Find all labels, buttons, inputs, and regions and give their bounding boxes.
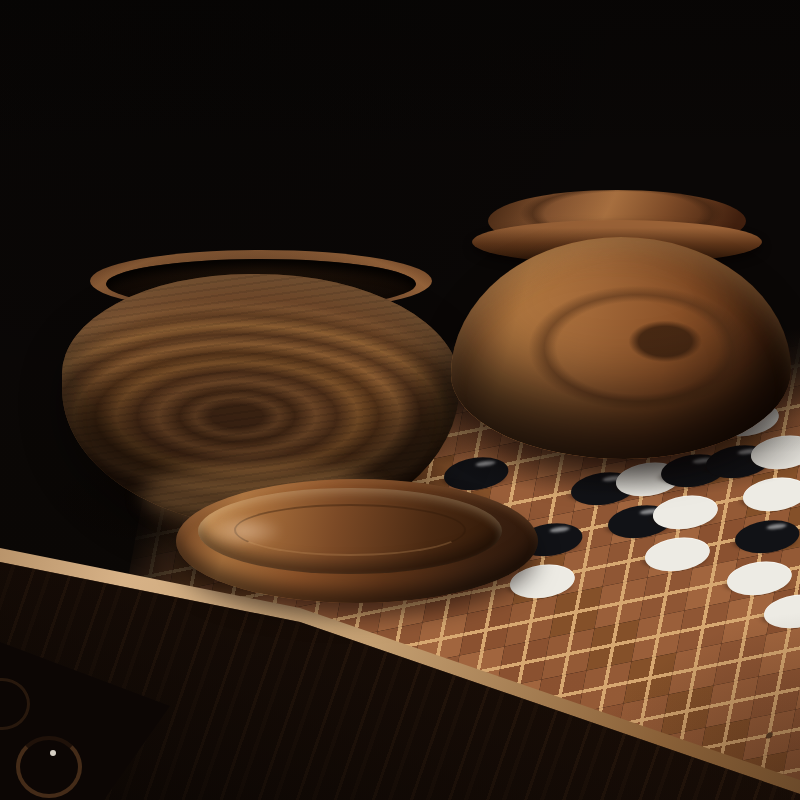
drawer-highlight-dot (50, 750, 56, 756)
drawer-carving (16, 736, 82, 798)
stone-black-P9[interactable]: ● (726, 517, 800, 550)
bowl-lid-on-board (176, 479, 538, 603)
drawer-carving (0, 678, 30, 730)
go-scene: ●●●●●●●●●●●●●●●●● (0, 0, 800, 800)
lid-highlight (190, 509, 299, 554)
stone-white-N9[interactable]: ● (636, 535, 713, 568)
bowl-body (451, 237, 791, 459)
stone-bowl-lidded (451, 187, 791, 459)
stone-white-N10[interactable]: ● (644, 493, 721, 526)
